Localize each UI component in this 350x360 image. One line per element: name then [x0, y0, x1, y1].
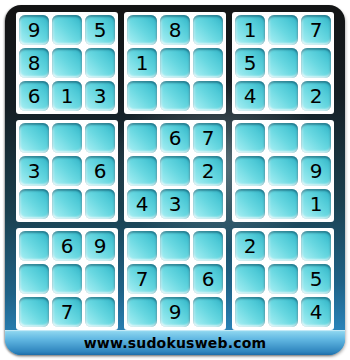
cell-r7c8[interactable]	[268, 231, 298, 261]
cell-r7c6[interactable]	[193, 231, 223, 261]
cell-r2c9[interactable]	[301, 48, 331, 78]
cell-r6c2[interactable]	[52, 189, 82, 219]
cell-r8c2[interactable]	[52, 264, 82, 294]
cell-r9c9[interactable]: 4	[301, 297, 331, 327]
cell-r9c2[interactable]: 7	[52, 297, 82, 327]
cell-r6c3[interactable]	[85, 189, 115, 219]
cell-r1c8[interactable]	[268, 15, 298, 45]
box-r2c2: 67243	[124, 120, 226, 222]
cell-r8c3[interactable]	[85, 264, 115, 294]
cell-r8c1[interactable]	[19, 264, 49, 294]
cell-r4c4[interactable]	[127, 123, 157, 153]
cell-r3c4[interactable]	[127, 81, 157, 111]
sudoku-grid: 9586138117542366724391697769254	[16, 12, 334, 330]
cell-r9c7[interactable]	[235, 297, 265, 327]
cell-r8c6[interactable]: 6	[193, 264, 223, 294]
cell-r5c2[interactable]	[52, 156, 82, 186]
box-r1c2: 81	[124, 12, 226, 114]
cell-r3c2[interactable]: 1	[52, 81, 82, 111]
cell-r2c6[interactable]	[193, 48, 223, 78]
sudoku-board-frame: 9586138117542366724391697769254 www.sudo…	[5, 5, 345, 355]
cell-r8c4[interactable]: 7	[127, 264, 157, 294]
cell-r5c5[interactable]	[160, 156, 190, 186]
cell-r9c1[interactable]	[19, 297, 49, 327]
box-r1c1: 958613	[16, 12, 118, 114]
cell-r3c7[interactable]: 4	[235, 81, 265, 111]
cell-r1c4[interactable]	[127, 15, 157, 45]
cell-r9c8[interactable]	[268, 297, 298, 327]
cell-r2c2[interactable]	[52, 48, 82, 78]
cell-r5c6[interactable]: 2	[193, 156, 223, 186]
cell-r4c1[interactable]	[19, 123, 49, 153]
footer-bar: www.sudokusweb.com	[5, 330, 345, 355]
cell-r8c5[interactable]	[160, 264, 190, 294]
cell-r7c3[interactable]: 9	[85, 231, 115, 261]
cell-r8c7[interactable]	[235, 264, 265, 294]
cell-r2c8[interactable]	[268, 48, 298, 78]
cell-r9c6[interactable]	[193, 297, 223, 327]
site-url[interactable]: www.sudokusweb.com	[84, 335, 267, 351]
cell-r4c7[interactable]	[235, 123, 265, 153]
cell-r5c8[interactable]	[268, 156, 298, 186]
cell-r2c3[interactable]	[85, 48, 115, 78]
cell-r1c3[interactable]: 5	[85, 15, 115, 45]
cell-r5c9[interactable]: 9	[301, 156, 331, 186]
cell-r5c3[interactable]: 6	[85, 156, 115, 186]
cell-r8c9[interactable]: 5	[301, 264, 331, 294]
cell-r9c4[interactable]	[127, 297, 157, 327]
cell-r2c1[interactable]: 8	[19, 48, 49, 78]
cell-r2c7[interactable]: 5	[235, 48, 265, 78]
cell-r7c5[interactable]	[160, 231, 190, 261]
cell-r6c6[interactable]	[193, 189, 223, 219]
cell-r3c1[interactable]: 6	[19, 81, 49, 111]
cell-r3c9[interactable]: 2	[301, 81, 331, 111]
cell-r3c8[interactable]	[268, 81, 298, 111]
cell-r9c3[interactable]	[85, 297, 115, 327]
cell-r5c7[interactable]	[235, 156, 265, 186]
cell-r3c3[interactable]: 3	[85, 81, 115, 111]
box-r3c1: 697	[16, 228, 118, 330]
cell-r7c9[interactable]	[301, 231, 331, 261]
cell-r9c5[interactable]: 9	[160, 297, 190, 327]
cell-r4c3[interactable]	[85, 123, 115, 153]
cell-r1c2[interactable]	[52, 15, 82, 45]
cell-r1c5[interactable]: 8	[160, 15, 190, 45]
cell-r2c5[interactable]	[160, 48, 190, 78]
cell-r7c2[interactable]: 6	[52, 231, 82, 261]
cell-r7c7[interactable]: 2	[235, 231, 265, 261]
cell-r5c4[interactable]	[127, 156, 157, 186]
cell-r7c1[interactable]	[19, 231, 49, 261]
cell-r1c9[interactable]: 7	[301, 15, 331, 45]
cell-r7c4[interactable]	[127, 231, 157, 261]
cell-r1c1[interactable]: 9	[19, 15, 49, 45]
box-r2c3: 91	[232, 120, 334, 222]
box-r3c2: 769	[124, 228, 226, 330]
cell-r1c6[interactable]	[193, 15, 223, 45]
cell-r4c6[interactable]: 7	[193, 123, 223, 153]
cell-r2c4[interactable]: 1	[127, 48, 157, 78]
cell-r6c7[interactable]	[235, 189, 265, 219]
cell-r8c8[interactable]	[268, 264, 298, 294]
cell-r6c1[interactable]	[19, 189, 49, 219]
cell-r6c8[interactable]	[268, 189, 298, 219]
box-r2c1: 36	[16, 120, 118, 222]
cell-r4c2[interactable]	[52, 123, 82, 153]
cell-r4c5[interactable]: 6	[160, 123, 190, 153]
cell-r6c5[interactable]: 3	[160, 189, 190, 219]
cell-r5c1[interactable]: 3	[19, 156, 49, 186]
cell-r1c7[interactable]: 1	[235, 15, 265, 45]
box-r3c3: 254	[232, 228, 334, 330]
cell-r4c9[interactable]	[301, 123, 331, 153]
cell-r3c5[interactable]	[160, 81, 190, 111]
box-r1c3: 17542	[232, 12, 334, 114]
cell-r6c4[interactable]: 4	[127, 189, 157, 219]
cell-r4c8[interactable]	[268, 123, 298, 153]
cell-r3c6[interactable]	[193, 81, 223, 111]
cell-r6c9[interactable]: 1	[301, 189, 331, 219]
